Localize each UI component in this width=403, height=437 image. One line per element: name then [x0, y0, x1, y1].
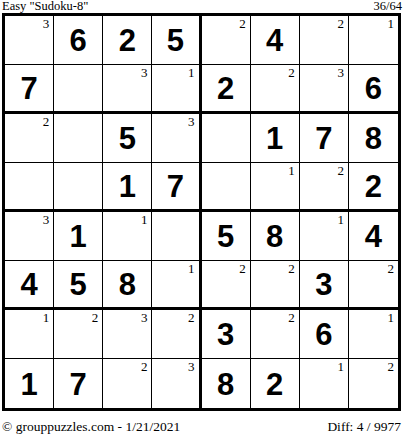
cell-r1c1[interactable]: 3 [5, 16, 54, 65]
cell-value [5, 212, 53, 260]
cell-value: 6 [54, 16, 102, 64]
cell-r8c8[interactable]: 2 [349, 359, 398, 408]
cell-r2c2[interactable] [54, 65, 103, 114]
cell-r1c7[interactable]: 2 [300, 16, 349, 65]
cell-r8c3[interactable]: 2 [103, 359, 152, 408]
cell-r7c1[interactable]: 1 [5, 310, 54, 359]
cell-r6c2[interactable]: 5 [54, 261, 103, 310]
cell-counter: 36/64 [374, 0, 402, 13]
cell-r1c6[interactable]: 4 [251, 16, 300, 65]
cell-r8c7[interactable]: 1 [300, 359, 349, 408]
cell-r7c6[interactable]: 2 [251, 310, 300, 359]
cell-value: 2 [202, 65, 250, 111]
cell-r8c5[interactable]: 8 [202, 359, 251, 408]
cell-value: 1 [103, 163, 151, 209]
footer: © grouppuzzles.com - 1/21/2021 Diff: 4 /… [0, 419, 403, 434]
cell-value [251, 310, 299, 358]
cell-value: 1 [5, 359, 53, 408]
cell-value: 5 [202, 212, 250, 260]
cell-value: 4 [5, 261, 53, 307]
cell-value [152, 310, 198, 358]
cell-value [202, 163, 250, 209]
cell-r7c7[interactable]: 6 [300, 310, 349, 359]
cell-value [349, 359, 398, 408]
cell-r7c3[interactable]: 3 [103, 310, 152, 359]
cell-r8c1[interactable]: 1 [5, 359, 54, 408]
cell-r4c3[interactable]: 1 [103, 163, 152, 212]
cell-r5c1[interactable]: 3 [5, 212, 54, 261]
cell-value: 6 [300, 310, 348, 358]
cell-r7c5[interactable]: 3 [202, 310, 251, 359]
cell-value [300, 359, 348, 408]
cell-value [202, 114, 250, 162]
cell-r2c4[interactable]: 1 [152, 65, 201, 114]
cell-value: 5 [152, 16, 198, 64]
cell-r6c7[interactable]: 3 [300, 261, 349, 310]
cell-value [5, 114, 53, 162]
cell-r6c3[interactable]: 8 [103, 261, 152, 310]
cell-value: 7 [54, 359, 102, 408]
cell-r2c7[interactable]: 3 [300, 65, 349, 114]
cell-value [300, 212, 348, 260]
cell-value [103, 65, 151, 111]
cell-r7c2[interactable]: 2 [54, 310, 103, 359]
cell-r4c5[interactable] [202, 163, 251, 212]
cell-value: 1 [54, 212, 102, 260]
header: Easy "Sudoku-8" 36/64 [0, 0, 403, 13]
cell-r1c8[interactable]: 1 [349, 16, 398, 65]
puzzle-page: Easy "Sudoku-8" 36/64 362524217312236253… [0, 0, 403, 437]
cell-r3c3[interactable]: 5 [103, 114, 152, 163]
cell-value: 7 [5, 65, 53, 111]
cell-value: 3 [300, 261, 348, 307]
cell-r5c5[interactable]: 5 [202, 212, 251, 261]
cell-value: 3 [202, 310, 250, 358]
cell-r2c1[interactable]: 7 [5, 65, 54, 114]
cell-value: 8 [349, 114, 398, 162]
cell-value [300, 16, 348, 64]
cell-value: 6 [349, 65, 398, 111]
cell-r6c5[interactable]: 2 [202, 261, 251, 310]
cell-value [152, 359, 198, 408]
cell-r2c5[interactable]: 2 [202, 65, 251, 114]
cell-value: 2 [251, 359, 299, 408]
cell-r1c2[interactable]: 6 [54, 16, 103, 65]
cell-r4c2[interactable] [54, 163, 103, 212]
cell-r3c1[interactable]: 2 [5, 114, 54, 163]
cell-r8c6[interactable]: 2 [251, 359, 300, 408]
cell-value [54, 163, 102, 209]
sudoku-board: 3625242173122362531781712231158144581223… [2, 13, 401, 411]
cell-r8c2[interactable]: 7 [54, 359, 103, 408]
cell-r3c2[interactable] [54, 114, 103, 163]
copyright-text: © grouppuzzles.com - 1/21/2021 [2, 419, 180, 434]
cell-r3c4[interactable]: 3 [152, 114, 201, 163]
cell-r3c6[interactable]: 1 [251, 114, 300, 163]
cell-r2c6[interactable]: 2 [251, 65, 300, 114]
cell-r3c7[interactable]: 7 [300, 114, 349, 163]
puzzle-title: Easy "Sudoku-8" [2, 0, 88, 13]
cell-value [251, 65, 299, 111]
cell-value: 4 [251, 16, 299, 64]
cell-r2c8[interactable]: 6 [349, 65, 398, 114]
cell-r4c1[interactable] [5, 163, 54, 212]
cell-value [5, 16, 53, 64]
cell-r4c4[interactable]: 7 [152, 163, 201, 212]
cell-r1c3[interactable]: 2 [103, 16, 152, 65]
cell-value [5, 163, 53, 209]
cell-value: 1 [251, 114, 299, 162]
cell-r5c3[interactable]: 1 [103, 212, 152, 261]
cell-value: 5 [103, 114, 151, 162]
cell-value [300, 163, 348, 209]
cell-r2c3[interactable]: 3 [103, 65, 152, 114]
cell-r4c6[interactable]: 1 [251, 163, 300, 212]
cell-r1c4[interactable]: 5 [152, 16, 201, 65]
cell-r5c7[interactable]: 1 [300, 212, 349, 261]
cell-value [152, 65, 198, 111]
cell-r6c8[interactable]: 2 [349, 261, 398, 310]
cell-value [202, 16, 250, 64]
cell-r3c8[interactable]: 8 [349, 114, 398, 163]
cell-value [152, 212, 198, 260]
cell-r5c2[interactable]: 1 [54, 212, 103, 261]
cell-value: 5 [54, 261, 102, 307]
cell-value: 8 [202, 359, 250, 408]
cell-value: 8 [251, 212, 299, 260]
cell-value [5, 310, 53, 358]
cell-r6c6[interactable]: 2 [251, 261, 300, 310]
cell-value: 7 [152, 163, 198, 209]
cell-value [152, 114, 198, 162]
cell-value [251, 261, 299, 307]
cell-r5c4[interactable] [152, 212, 201, 261]
cell-r3c5[interactable] [202, 114, 251, 163]
difficulty-text: Diff: 4 / 9977 [327, 419, 401, 434]
cell-value [103, 310, 151, 358]
cell-value [349, 261, 398, 307]
cell-value [54, 114, 102, 162]
cell-value [152, 261, 198, 307]
cell-r5c8[interactable]: 4 [349, 212, 398, 261]
cell-value [349, 310, 398, 358]
cell-value [54, 310, 102, 358]
cell-r4c8[interactable]: 2 [349, 163, 398, 212]
cell-value [349, 16, 398, 64]
cell-value [54, 65, 102, 111]
cell-r7c4[interactable]: 2 [152, 310, 201, 359]
cell-r8c4[interactable]: 3 [152, 359, 201, 408]
cell-r1c5[interactable]: 2 [202, 16, 251, 65]
cell-value [103, 212, 151, 260]
cell-value [202, 261, 250, 307]
cell-value: 2 [349, 163, 398, 209]
cell-value [300, 65, 348, 111]
cell-r6c1[interactable]: 4 [5, 261, 54, 310]
cell-value [103, 359, 151, 408]
cell-r5c6[interactable]: 8 [251, 212, 300, 261]
cell-r4c7[interactable]: 2 [300, 163, 349, 212]
cell-value [251, 163, 299, 209]
cell-value: 4 [349, 212, 398, 260]
cell-value: 2 [103, 16, 151, 64]
cell-value: 8 [103, 261, 151, 307]
cell-value: 7 [300, 114, 348, 162]
cell-r6c4[interactable]: 1 [152, 261, 201, 310]
cell-r7c8[interactable]: 1 [349, 310, 398, 359]
